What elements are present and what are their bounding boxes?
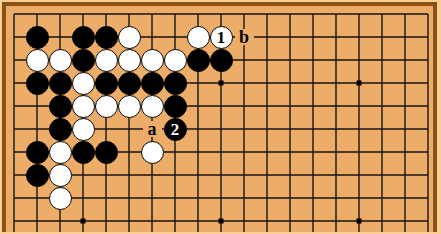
black-stone: [164, 72, 187, 95]
black-stone: [49, 118, 72, 141]
black-stone: [187, 49, 210, 72]
board-overlay: 12ab: [0, 0, 441, 234]
white-stone: [95, 49, 118, 72]
black-stone: [72, 141, 95, 164]
white-stone: [118, 26, 141, 49]
move-1-stone: 1: [210, 26, 233, 49]
white-stone: [164, 49, 187, 72]
white-stone: [118, 49, 141, 72]
white-stone: [72, 118, 95, 141]
black-stone: [95, 141, 118, 164]
white-stone: [49, 49, 72, 72]
white-stone: [49, 141, 72, 164]
white-stone: [49, 187, 72, 210]
white-stone: [141, 141, 164, 164]
black-stone: [72, 26, 95, 49]
black-stone: [26, 164, 49, 187]
black-stone: [72, 49, 95, 72]
white-stone: [26, 49, 49, 72]
black-stone: [26, 72, 49, 95]
white-stone: [72, 95, 95, 118]
black-stone: [118, 72, 141, 95]
point-label-b: b: [235, 29, 254, 45]
black-stone: [164, 95, 187, 118]
black-stone: [26, 26, 49, 49]
white-stone: [49, 164, 72, 187]
black-stone: [49, 95, 72, 118]
white-stone: [95, 95, 118, 118]
move-2-stone: 2: [164, 118, 187, 141]
white-stone: [72, 72, 95, 95]
white-stone: [187, 26, 210, 49]
black-stone: [210, 49, 233, 72]
white-stone: [141, 95, 164, 118]
white-stone: [118, 95, 141, 118]
black-stone: [95, 26, 118, 49]
black-stone: [95, 72, 118, 95]
black-stone: [49, 72, 72, 95]
point-label-a: a: [143, 121, 162, 137]
black-stone: [26, 141, 49, 164]
white-stone: [141, 49, 164, 72]
go-diagram: 12ab: [0, 0, 441, 234]
black-stone: [141, 72, 164, 95]
